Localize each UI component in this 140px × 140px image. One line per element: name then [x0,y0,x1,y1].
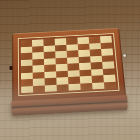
square-e1 [68,83,80,90]
square-b2 [33,78,45,85]
square-g4 [91,62,103,69]
square-h3 [103,68,115,75]
square-c8 [43,39,55,46]
chess-box [8,18,127,116]
square-f5 [79,56,91,63]
square-f1 [80,83,92,90]
board-frame [12,28,126,102]
side-slot [9,66,12,70]
product-photo [0,0,140,140]
square-c2 [45,78,57,85]
lid-seam [12,101,128,108]
board-border-pinstripe [18,33,120,96]
chess-board-grid [21,36,117,93]
square-a4 [21,66,33,73]
square-a1 [21,86,33,93]
square-g7 [89,43,101,50]
square-g1 [92,82,104,89]
square-c4 [44,64,56,71]
hinge-pin-icon [123,54,126,57]
square-h1 [104,81,116,88]
square-e3 [68,70,80,77]
square-e6 [67,50,79,57]
square-a2 [21,79,33,86]
square-c1 [45,84,57,91]
square-d1 [57,84,69,91]
square-b1 [33,85,45,92]
square-f7 [78,43,90,50]
square-d5 [55,57,67,64]
